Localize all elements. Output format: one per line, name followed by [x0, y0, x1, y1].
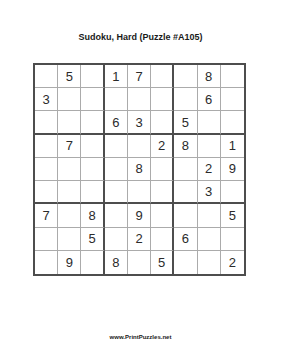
cell-r1c6[interactable]	[151, 65, 174, 88]
cell-r9c9: 2	[221, 251, 244, 274]
cell-r4c2: 7	[58, 135, 81, 158]
cell-r7c6[interactable]	[151, 204, 174, 227]
cell-r6c3[interactable]	[81, 181, 104, 204]
cell-r2c7[interactable]	[174, 88, 197, 111]
cell-r6c9[interactable]	[221, 181, 244, 204]
cell-r6c6[interactable]	[151, 181, 174, 204]
cell-r3c8[interactable]	[198, 111, 221, 134]
cell-r6c5[interactable]	[128, 181, 151, 204]
cell-r8c3: 5	[81, 228, 104, 251]
cell-r7c5: 9	[128, 204, 151, 227]
cell-r7c8[interactable]	[198, 204, 221, 227]
cell-r7c2[interactable]	[58, 204, 81, 227]
cell-r3c2[interactable]	[58, 111, 81, 134]
cell-r7c3: 8	[81, 204, 104, 227]
cell-r9c1[interactable]	[35, 251, 58, 274]
cell-r7c9: 5	[221, 204, 244, 227]
cell-r4c5[interactable]	[128, 135, 151, 158]
cell-r1c3[interactable]	[81, 65, 104, 88]
cell-r1c2: 5	[58, 65, 81, 88]
cell-r9c6: 5	[151, 251, 174, 274]
cell-r9c7[interactable]	[174, 251, 197, 274]
cell-r8c6[interactable]	[151, 228, 174, 251]
cell-r6c4[interactable]	[105, 181, 128, 204]
puzzle-title: Sudoku, Hard (Puzzle #A105)	[0, 32, 281, 42]
cell-r5c5: 8	[128, 158, 151, 181]
cell-r5c4[interactable]	[105, 158, 128, 181]
cell-r6c8: 3	[198, 181, 221, 204]
cell-r6c1[interactable]	[35, 181, 58, 204]
cell-r7c4[interactable]	[105, 204, 128, 227]
puzzle-page: Sudoku, Hard (Puzzle #A105) 517836635728…	[0, 0, 281, 363]
cell-r5c8: 2	[198, 158, 221, 181]
cell-r4c1[interactable]	[35, 135, 58, 158]
sudoku-board: 5178366357281829378955269852	[33, 63, 246, 276]
cell-r7c1: 7	[35, 204, 58, 227]
cell-r4c4[interactable]	[105, 135, 128, 158]
cell-r2c9[interactable]	[221, 88, 244, 111]
cell-r2c1: 3	[35, 88, 58, 111]
cell-r5c6[interactable]	[151, 158, 174, 181]
cell-r5c9: 9	[221, 158, 244, 181]
cell-r1c7[interactable]	[174, 65, 197, 88]
cell-r9c3[interactable]	[81, 251, 104, 274]
cell-r6c7[interactable]	[174, 181, 197, 204]
cell-r4c8[interactable]	[198, 135, 221, 158]
cell-r1c1[interactable]	[35, 65, 58, 88]
cell-r1c5: 7	[128, 65, 151, 88]
cell-r5c3[interactable]	[81, 158, 104, 181]
cell-r3c9[interactable]	[221, 111, 244, 134]
cell-r2c6[interactable]	[151, 88, 174, 111]
cell-r2c8: 6	[198, 88, 221, 111]
cell-r5c1[interactable]	[35, 158, 58, 181]
footer-url: www.PrintPuzzles.net	[0, 334, 281, 340]
cell-r8c2[interactable]	[58, 228, 81, 251]
cell-r3c6[interactable]	[151, 111, 174, 134]
cell-r1c8: 8	[198, 65, 221, 88]
cell-r2c5[interactable]	[128, 88, 151, 111]
cell-r2c4[interactable]	[105, 88, 128, 111]
cell-r4c3[interactable]	[81, 135, 104, 158]
cell-r8c7: 6	[174, 228, 197, 251]
cell-r1c9[interactable]	[221, 65, 244, 88]
cell-r8c8[interactable]	[198, 228, 221, 251]
cell-r9c4: 8	[105, 251, 128, 274]
cell-r6c2[interactable]	[58, 181, 81, 204]
cell-r1c4: 1	[105, 65, 128, 88]
cell-r9c2: 9	[58, 251, 81, 274]
cell-r2c2[interactable]	[58, 88, 81, 111]
cell-r9c8[interactable]	[198, 251, 221, 274]
cell-r3c5: 3	[128, 111, 151, 134]
cell-r3c3[interactable]	[81, 111, 104, 134]
cell-r2c3[interactable]	[81, 88, 104, 111]
cell-r4c7: 8	[174, 135, 197, 158]
cell-r5c7[interactable]	[174, 158, 197, 181]
cell-r4c9: 1	[221, 135, 244, 158]
cell-r8c1[interactable]	[35, 228, 58, 251]
cell-r5c2[interactable]	[58, 158, 81, 181]
cell-r7c7[interactable]	[174, 204, 197, 227]
cell-r3c1[interactable]	[35, 111, 58, 134]
cell-r8c5: 2	[128, 228, 151, 251]
cell-r3c7: 5	[174, 111, 197, 134]
cell-r4c6: 2	[151, 135, 174, 158]
cell-r8c9[interactable]	[221, 228, 244, 251]
cell-r3c4: 6	[105, 111, 128, 134]
cell-r9c5[interactable]	[128, 251, 151, 274]
cell-r8c4[interactable]	[105, 228, 128, 251]
